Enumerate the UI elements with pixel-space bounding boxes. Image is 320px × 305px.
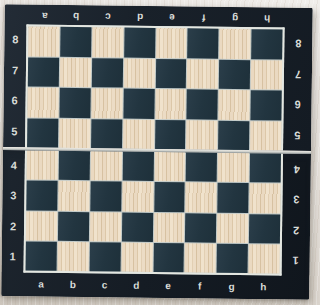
square-e2[interactable] bbox=[153, 212, 184, 242]
rank-label-3-right: 3 bbox=[293, 194, 299, 205]
file-label-g-bottom: g bbox=[228, 282, 235, 292]
square-c1[interactable] bbox=[89, 242, 120, 272]
rank-labels-right-bottom: 4321 bbox=[282, 154, 311, 276]
square-h5[interactable] bbox=[250, 121, 281, 151]
table-surface: abcdefgh 8765 8765 abcdefgh 4321 4321 bbox=[0, 0, 320, 305]
square-f3[interactable] bbox=[186, 183, 217, 213]
square-d1[interactable] bbox=[121, 242, 152, 272]
square-g1[interactable] bbox=[217, 243, 248, 273]
square-h3[interactable] bbox=[249, 183, 280, 213]
square-f7[interactable] bbox=[187, 59, 218, 89]
square-f5[interactable] bbox=[186, 120, 217, 150]
file-label-c-top: c bbox=[105, 11, 111, 21]
square-d7[interactable] bbox=[123, 58, 154, 88]
square-d6[interactable] bbox=[123, 89, 154, 119]
square-e4[interactable] bbox=[154, 152, 185, 182]
square-c4[interactable] bbox=[90, 151, 121, 181]
square-a8[interactable] bbox=[28, 26, 59, 56]
square-h7[interactable] bbox=[251, 60, 282, 90]
square-e8[interactable] bbox=[156, 28, 187, 58]
file-label-f-bottom: f bbox=[198, 282, 202, 292]
file-label-c-bottom: c bbox=[102, 280, 108, 290]
file-label-g-top: g bbox=[232, 12, 239, 22]
file-label-b-top: b bbox=[73, 10, 80, 20]
rank-label-4-left: 4 bbox=[11, 160, 17, 171]
rank-labels-left-bottom: 4321 bbox=[2, 150, 25, 272]
square-b3[interactable] bbox=[58, 181, 89, 211]
square-e5[interactable] bbox=[155, 119, 186, 149]
rank-label-2-right: 2 bbox=[293, 224, 299, 235]
square-e1[interactable] bbox=[153, 243, 184, 273]
square-a7[interactable] bbox=[28, 57, 59, 87]
square-h8[interactable] bbox=[251, 29, 282, 59]
square-d2[interactable] bbox=[122, 212, 153, 242]
square-h2[interactable] bbox=[249, 214, 280, 244]
rank-label-1-right: 1 bbox=[293, 255, 299, 266]
square-c5[interactable] bbox=[91, 119, 122, 149]
square-e6[interactable] bbox=[155, 89, 186, 119]
square-c6[interactable] bbox=[91, 88, 122, 118]
square-e7[interactable] bbox=[155, 58, 186, 88]
square-b4[interactable] bbox=[59, 151, 90, 181]
square-f8[interactable] bbox=[188, 28, 219, 58]
square-d3[interactable] bbox=[122, 182, 153, 212]
square-e3[interactable] bbox=[154, 182, 185, 212]
rank-label-5-left: 5 bbox=[11, 126, 17, 137]
rank-label-7-right: 7 bbox=[295, 68, 301, 79]
rank-label-8-right: 8 bbox=[295, 38, 301, 49]
square-g8[interactable] bbox=[219, 29, 250, 59]
square-d8[interactable] bbox=[124, 28, 155, 58]
square-f1[interactable] bbox=[185, 243, 216, 273]
squares-ranks-8-to-5 bbox=[25, 24, 284, 150]
board-bottom-half: abcdefgh 4321 4321 bbox=[1, 150, 311, 300]
square-a4[interactable] bbox=[27, 150, 58, 180]
rank-label-5-right: 5 bbox=[294, 130, 300, 141]
file-label-a-bottom: a bbox=[38, 280, 44, 290]
square-g3[interactable] bbox=[218, 183, 249, 213]
file-label-a-top: a bbox=[41, 10, 47, 20]
rank-label-6-left: 6 bbox=[11, 96, 17, 107]
square-a2[interactable] bbox=[26, 211, 57, 241]
square-g7[interactable] bbox=[219, 59, 250, 89]
rank-label-7-left: 7 bbox=[12, 65, 18, 76]
rank-label-3-left: 3 bbox=[10, 190, 16, 201]
rank-label-4-right: 4 bbox=[294, 163, 300, 174]
rank-label-6-right: 6 bbox=[294, 99, 300, 110]
square-a3[interactable] bbox=[26, 181, 57, 211]
square-g5[interactable] bbox=[218, 120, 249, 150]
square-b8[interactable] bbox=[60, 27, 91, 57]
square-g4[interactable] bbox=[218, 153, 249, 183]
square-c2[interactable] bbox=[90, 212, 121, 242]
rank-label-8-left: 8 bbox=[12, 34, 18, 45]
square-a6[interactable] bbox=[27, 87, 58, 117]
file-label-d-bottom: d bbox=[133, 281, 140, 291]
square-d5[interactable] bbox=[123, 119, 154, 149]
rank-labels-right-top: 8765 bbox=[283, 28, 313, 151]
square-h4[interactable] bbox=[250, 153, 281, 183]
squares-ranks-4-to-1 bbox=[24, 150, 283, 275]
square-b5[interactable] bbox=[59, 118, 90, 148]
square-c8[interactable] bbox=[92, 27, 123, 57]
file-label-b-bottom: b bbox=[70, 280, 77, 290]
file-label-f-top: f bbox=[201, 12, 205, 22]
square-a5[interactable] bbox=[27, 118, 58, 148]
file-label-d-top: d bbox=[136, 11, 143, 21]
square-d4[interactable] bbox=[122, 152, 153, 182]
square-c7[interactable] bbox=[92, 58, 123, 88]
square-h6[interactable] bbox=[251, 90, 282, 120]
square-f2[interactable] bbox=[185, 213, 216, 243]
file-label-e-top: e bbox=[168, 12, 174, 22]
square-f4[interactable] bbox=[186, 152, 217, 182]
square-a1[interactable] bbox=[26, 241, 57, 271]
board-top-half: abcdefgh 8765 8765 bbox=[3, 4, 313, 151]
square-f6[interactable] bbox=[187, 89, 218, 119]
square-b6[interactable] bbox=[59, 88, 90, 118]
square-g6[interactable] bbox=[219, 90, 250, 120]
rank-labels-left-top: 8765 bbox=[3, 24, 27, 147]
rank-label-1-left: 1 bbox=[10, 251, 16, 262]
file-label-h-top: h bbox=[263, 13, 270, 23]
square-b2[interactable] bbox=[58, 211, 89, 241]
file-label-h-bottom: h bbox=[260, 282, 267, 292]
square-b1[interactable] bbox=[57, 242, 88, 272]
file-labels-bottom: abcdefgh bbox=[25, 276, 279, 295]
square-c3[interactable] bbox=[90, 181, 121, 211]
chessboard: abcdefgh 8765 8765 abcdefgh 4321 4321 bbox=[1, 4, 313, 300]
file-labels-top: abcdefgh bbox=[29, 7, 283, 25]
square-h1[interactable] bbox=[249, 244, 280, 274]
rank-label-2-left: 2 bbox=[10, 221, 16, 232]
square-g2[interactable] bbox=[217, 213, 248, 243]
square-b7[interactable] bbox=[60, 57, 91, 87]
file-label-e-bottom: e bbox=[165, 281, 171, 291]
